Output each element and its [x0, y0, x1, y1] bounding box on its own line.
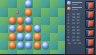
toolbar-button-5[interactable] — [85, 38, 95, 46]
red-blue-glyph-icon-5 — [88, 40, 94, 46]
red-blue-glyph-icon-6 — [88, 49, 94, 54]
red-marble-piece[interactable] — [9, 33, 16, 40]
board-square[interactable] — [0, 0, 8, 8]
red-blue-glyph-icon-3 — [88, 21, 94, 27]
toolbar-button-1[interactable] — [85, 1, 95, 9]
player-info-bar — [72, 4, 78, 5]
board-square[interactable] — [50, 50, 58, 55]
board-square[interactable] — [50, 41, 58, 49]
board-square[interactable] — [41, 25, 49, 33]
red-blue-glyph-icon-2 — [88, 12, 94, 18]
player-list — [67, 1, 84, 11]
red-blue-glyph-icon-4 — [88, 31, 94, 37]
move-log: 1. 32 282. 18 233. 37 324. 12 175. 41 37… — [67, 13, 84, 49]
player-entry-red — [67, 6, 84, 11]
board-square[interactable] — [50, 8, 58, 16]
blue-marble-piece[interactable] — [42, 42, 49, 49]
move-log-row: 10. 21 26 — [67, 42, 84, 45]
board-square[interactable] — [25, 50, 33, 55]
board-square[interactable] — [0, 8, 8, 16]
toolbar-button-4[interactable] — [85, 29, 95, 37]
board-square[interactable] — [0, 50, 8, 55]
red-marker-dot — [16, 11, 19, 14]
board-square[interactable] — [41, 50, 49, 55]
board-square[interactable] — [50, 33, 58, 41]
red-marble-piece[interactable] — [34, 42, 41, 49]
board-square[interactable] — [0, 33, 8, 41]
board-square[interactable] — [41, 17, 49, 25]
board-square[interactable] — [33, 17, 41, 25]
board-square[interactable] — [8, 0, 16, 8]
player-entry-blue — [67, 1, 84, 6]
red-blue-glyph-icon-1 — [88, 3, 94, 9]
blue-marble-piece[interactable] — [17, 33, 24, 40]
red-player-piece-icon — [67, 7, 71, 11]
board-square[interactable] — [33, 8, 41, 16]
game-board[interactable] — [0, 0, 66, 54]
game-window: 1. 32 282. 18 233. 37 324. 12 175. 41 37… — [0, 0, 96, 54]
board-square[interactable] — [17, 50, 25, 55]
blue-player-piece-icon — [67, 1, 71, 5]
board-square[interactable] — [41, 33, 49, 41]
toolbar-button-3[interactable] — [85, 19, 95, 27]
board-square[interactable] — [33, 0, 41, 8]
toolbar-button-6[interactable] — [85, 47, 95, 54]
toolbar — [85, 0, 96, 54]
board-square[interactable] — [17, 0, 25, 8]
board-square[interactable] — [0, 17, 8, 25]
board-square[interactable] — [0, 41, 8, 49]
player-info-bar — [72, 9, 78, 10]
board-square[interactable] — [41, 0, 49, 8]
board-square[interactable] — [8, 50, 16, 55]
red-marble-piece[interactable] — [34, 33, 41, 40]
board-square[interactable] — [33, 50, 41, 55]
board-square[interactable] — [0, 25, 8, 33]
board-square[interactable] — [41, 8, 49, 16]
toolbar-button-2[interactable] — [85, 10, 95, 18]
red-marble-piece[interactable] — [9, 42, 16, 49]
sidebar: 1. 32 282. 18 233. 37 324. 12 175. 41 37… — [66, 0, 96, 54]
board-square[interactable] — [50, 17, 58, 25]
board-square[interactable] — [50, 25, 58, 33]
board-square[interactable] — [50, 0, 58, 8]
